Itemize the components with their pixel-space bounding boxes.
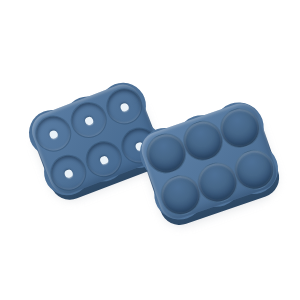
fill-hole xyxy=(99,155,109,165)
product-photo xyxy=(0,0,300,300)
fill-hole xyxy=(84,116,94,126)
fill-hole xyxy=(48,129,58,139)
fill-hole xyxy=(119,102,129,112)
ice-tray-base xyxy=(137,99,282,224)
fill-hole xyxy=(64,169,74,179)
